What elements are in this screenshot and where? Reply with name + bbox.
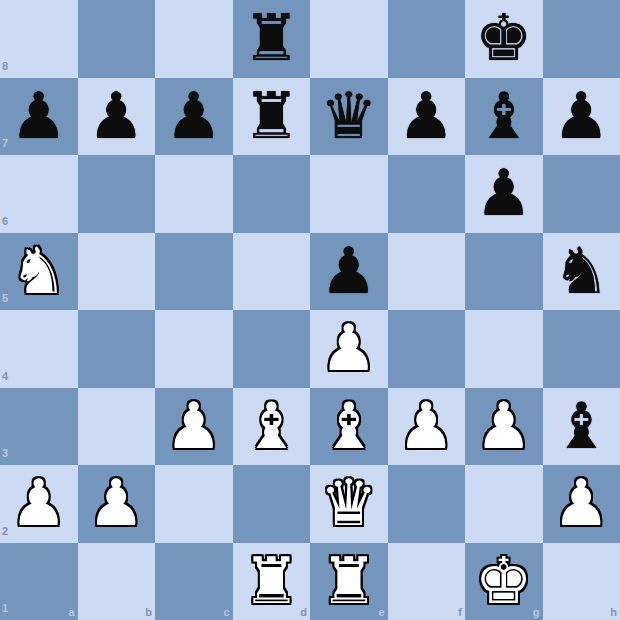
coord-file-h: h [610, 607, 617, 618]
square-a5[interactable]: 5♞ [0, 233, 78, 311]
square-h4[interactable] [543, 310, 620, 388]
square-e5[interactable]: ♟ [310, 233, 388, 311]
square-h2[interactable]: ♟ [543, 465, 620, 543]
piece-black-bishop[interactable]: ♝ [475, 78, 532, 156]
piece-white-king[interactable]: ♚ [475, 543, 532, 620]
square-g6[interactable]: ♟ [465, 155, 543, 233]
square-c6[interactable] [155, 155, 233, 233]
square-d3[interactable]: ♝ [233, 388, 311, 466]
square-d2[interactable] [233, 465, 311, 543]
square-b6[interactable] [78, 155, 156, 233]
piece-white-knight[interactable]: ♞ [10, 233, 67, 311]
square-a7[interactable]: 7♟ [0, 78, 78, 156]
piece-white-queen[interactable]: ♛ [320, 465, 377, 543]
square-b7[interactable]: ♟ [78, 78, 156, 156]
square-e7[interactable]: ♛ [310, 78, 388, 156]
piece-black-pawn[interactable]: ♟ [475, 155, 532, 233]
square-e1[interactable]: e♜ [310, 543, 388, 620]
piece-black-knight[interactable]: ♞ [553, 233, 610, 311]
coord-file-f: f [458, 607, 462, 618]
square-g2[interactable] [465, 465, 543, 543]
square-d4[interactable] [233, 310, 311, 388]
square-c3[interactable]: ♟ [155, 388, 233, 466]
piece-white-pawn[interactable]: ♟ [553, 465, 610, 543]
square-c1[interactable]: c [155, 543, 233, 620]
square-a2[interactable]: 2♟ [0, 465, 78, 543]
square-c8[interactable] [155, 0, 233, 78]
piece-black-pawn[interactable]: ♟ [88, 78, 145, 156]
square-b4[interactable] [78, 310, 156, 388]
piece-white-pawn[interactable]: ♟ [320, 310, 377, 388]
square-f4[interactable] [388, 310, 466, 388]
square-a8[interactable]: 8 [0, 0, 78, 78]
piece-black-king[interactable]: ♚ [475, 0, 532, 78]
piece-black-bishop[interactable]: ♝ [553, 388, 610, 466]
chess-board: 8♜♚7♟♟♟♜♛♟♝♟6♟5♞♟♞4♟3♟♝♝♟♟♝2♟♟♛♟1abcd♜e♜… [0, 0, 620, 620]
square-b2[interactable]: ♟ [78, 465, 156, 543]
piece-black-rook[interactable]: ♜ [243, 78, 300, 156]
square-b3[interactable] [78, 388, 156, 466]
square-b5[interactable] [78, 233, 156, 311]
piece-white-pawn[interactable]: ♟ [88, 465, 145, 543]
square-e8[interactable] [310, 0, 388, 78]
square-e4[interactable]: ♟ [310, 310, 388, 388]
square-a4[interactable]: 4 [0, 310, 78, 388]
piece-black-pawn[interactable]: ♟ [10, 78, 67, 156]
piece-black-pawn[interactable]: ♟ [398, 78, 455, 156]
square-g1[interactable]: g♚ [465, 543, 543, 620]
piece-white-rook[interactable]: ♜ [320, 543, 377, 620]
square-h3[interactable]: ♝ [543, 388, 620, 466]
coord-file-g: g [533, 607, 540, 618]
square-f5[interactable] [388, 233, 466, 311]
square-c4[interactable] [155, 310, 233, 388]
piece-white-pawn[interactable]: ♟ [165, 388, 222, 466]
square-d8[interactable]: ♜ [233, 0, 311, 78]
square-a6[interactable]: 6 [0, 155, 78, 233]
piece-white-pawn[interactable]: ♟ [475, 388, 532, 466]
square-f2[interactable] [388, 465, 466, 543]
coord-file-a: a [68, 607, 74, 618]
coord-rank-6: 6 [2, 216, 8, 227]
square-h5[interactable]: ♞ [543, 233, 620, 311]
coord-rank-8: 8 [2, 61, 8, 72]
square-g3[interactable]: ♟ [465, 388, 543, 466]
square-d5[interactable] [233, 233, 311, 311]
square-g5[interactable] [465, 233, 543, 311]
square-g8[interactable]: ♚ [465, 0, 543, 78]
piece-white-pawn[interactable]: ♟ [398, 388, 455, 466]
square-e6[interactable] [310, 155, 388, 233]
piece-black-queen[interactable]: ♛ [320, 78, 377, 156]
square-e3[interactable]: ♝ [310, 388, 388, 466]
piece-black-rook[interactable]: ♜ [243, 0, 300, 78]
square-f7[interactable]: ♟ [388, 78, 466, 156]
coord-file-b: b [145, 607, 152, 618]
square-g7[interactable]: ♝ [465, 78, 543, 156]
square-f1[interactable]: f [388, 543, 466, 620]
square-d6[interactable] [233, 155, 311, 233]
square-a3[interactable]: 3 [0, 388, 78, 466]
square-f8[interactable] [388, 0, 466, 78]
piece-black-pawn[interactable]: ♟ [165, 78, 222, 156]
piece-black-pawn[interactable]: ♟ [553, 78, 610, 156]
square-e2[interactable]: ♛ [310, 465, 388, 543]
square-a1[interactable]: 1a [0, 543, 78, 620]
square-b8[interactable] [78, 0, 156, 78]
piece-white-bishop[interactable]: ♝ [243, 388, 300, 466]
square-h6[interactable] [543, 155, 620, 233]
square-c5[interactable] [155, 233, 233, 311]
coord-file-c: c [223, 607, 229, 618]
piece-white-pawn[interactable]: ♟ [10, 465, 67, 543]
coord-rank-5: 5 [2, 293, 8, 304]
square-f6[interactable] [388, 155, 466, 233]
piece-white-rook[interactable]: ♜ [243, 543, 300, 620]
square-h1[interactable]: h [543, 543, 620, 620]
square-g4[interactable] [465, 310, 543, 388]
square-d1[interactable]: d♜ [233, 543, 311, 620]
coord-rank-3: 3 [2, 448, 8, 459]
square-c2[interactable] [155, 465, 233, 543]
piece-white-bishop[interactable]: ♝ [320, 388, 377, 466]
piece-black-pawn[interactable]: ♟ [320, 233, 377, 311]
coord-rank-1: 1 [2, 603, 8, 614]
square-f3[interactable]: ♟ [388, 388, 466, 466]
coord-rank-2: 2 [2, 526, 8, 537]
coord-rank-4: 4 [2, 371, 8, 382]
coord-file-d: d [300, 607, 307, 618]
coord-file-e: e [378, 607, 384, 618]
square-h7[interactable]: ♟ [543, 78, 620, 156]
coord-rank-7: 7 [2, 138, 8, 149]
square-c7[interactable]: ♟ [155, 78, 233, 156]
square-d7[interactable]: ♜ [233, 78, 311, 156]
square-h8[interactable] [543, 0, 620, 78]
square-b1[interactable]: b [78, 543, 156, 620]
